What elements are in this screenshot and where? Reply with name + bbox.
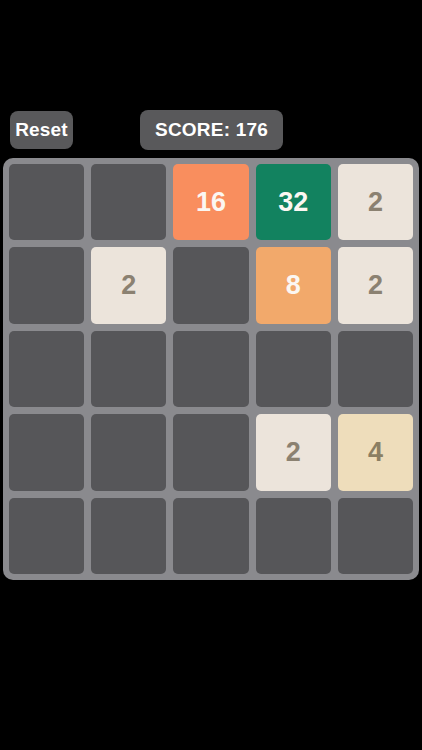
tile-2: 2 xyxy=(338,164,413,240)
empty-cell xyxy=(91,498,166,574)
empty-cell xyxy=(173,331,248,407)
empty-cell xyxy=(173,414,248,490)
tile-32: 32 xyxy=(256,164,331,240)
empty-cell xyxy=(173,247,248,323)
tile-8: 8 xyxy=(256,247,331,323)
tile-2: 2 xyxy=(338,247,413,323)
tile-4: 4 xyxy=(338,414,413,490)
empty-cell xyxy=(9,498,84,574)
empty-cell xyxy=(9,414,84,490)
empty-cell xyxy=(9,164,84,240)
empty-cell xyxy=(9,247,84,323)
empty-cell xyxy=(9,331,84,407)
empty-cell xyxy=(256,498,331,574)
tile-2: 2 xyxy=(256,414,331,490)
empty-cell xyxy=(338,331,413,407)
tile-2: 2 xyxy=(91,247,166,323)
reset-button[interactable]: Reset xyxy=(10,111,73,149)
tile-16: 16 xyxy=(173,164,248,240)
empty-cell xyxy=(91,414,166,490)
game-board[interactable]: 1632228224 xyxy=(3,158,419,580)
empty-cell xyxy=(338,498,413,574)
empty-cell xyxy=(256,331,331,407)
empty-cell xyxy=(91,331,166,407)
empty-cell xyxy=(173,498,248,574)
empty-cell xyxy=(91,164,166,240)
score-display: SCORE: 176 xyxy=(140,110,283,150)
